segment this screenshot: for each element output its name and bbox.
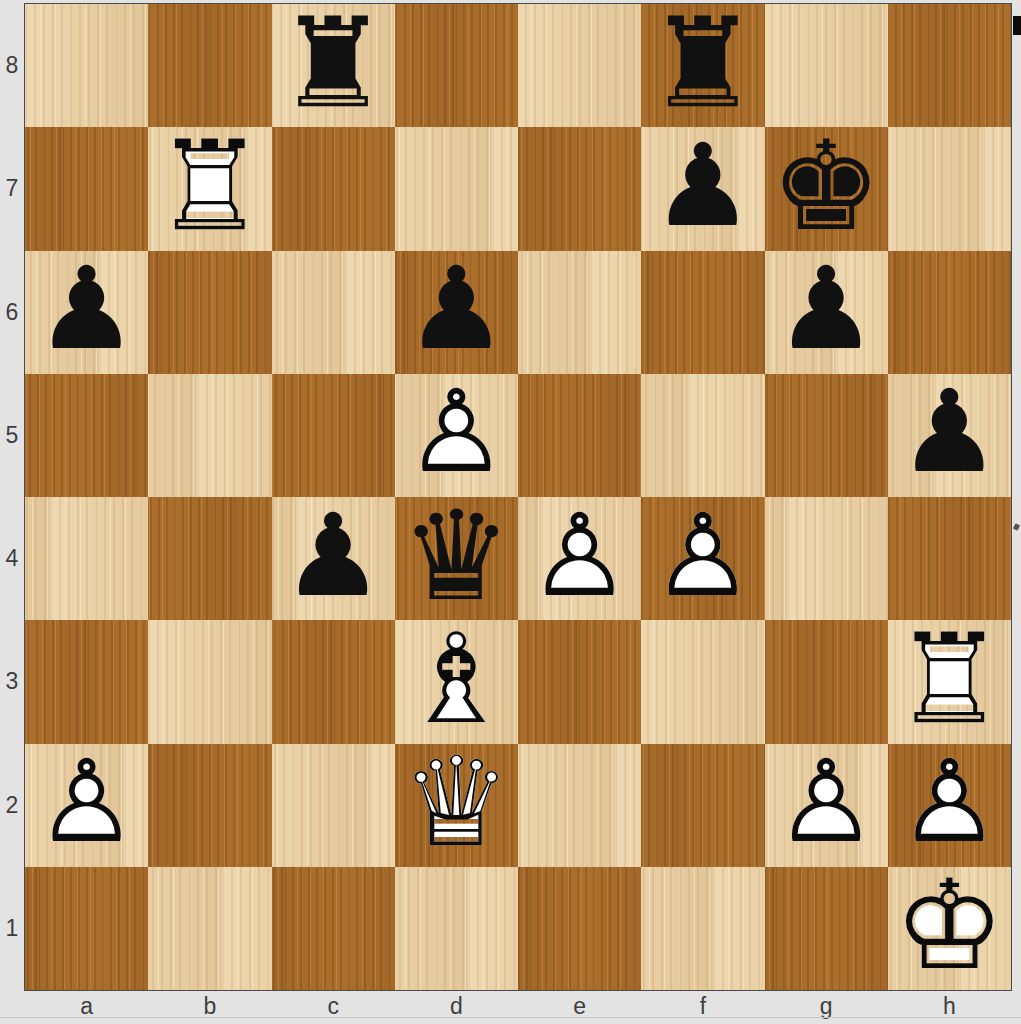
window-edge-line — [0, 1017, 1021, 1018]
square-c8[interactable]: ♜ — [272, 4, 395, 127]
square-h6[interactable] — [888, 251, 1011, 374]
square-g2[interactable]: ♟♙ — [765, 744, 888, 867]
square-b3[interactable] — [148, 620, 271, 743]
piece-white-rook-b7[interactable]: ♜♖ — [148, 127, 271, 250]
square-b4[interactable] — [148, 497, 271, 620]
rank-label-6: 6 — [0, 251, 24, 374]
square-h5[interactable]: ♟ — [888, 374, 1011, 497]
square-e8[interactable] — [518, 4, 641, 127]
black-queen-glyph: ♛ — [395, 494, 518, 617]
rank-label-1: 1 — [0, 867, 24, 990]
piece-white-pawn-h2[interactable]: ♟♙ — [888, 744, 1011, 867]
square-f3[interactable] — [641, 620, 764, 743]
square-b7[interactable]: ♜♖ — [148, 127, 271, 250]
square-a8[interactable] — [25, 4, 148, 127]
square-d4[interactable]: ♛ — [395, 497, 518, 620]
white-pawn-outline-glyph: ♙ — [25, 741, 148, 864]
black-rook-glyph: ♜ — [272, 1, 395, 124]
black-pawn-glyph: ♟ — [272, 494, 395, 617]
piece-white-king-h1[interactable]: ♚♔ — [888, 867, 1011, 990]
white-king-outline-glyph: ♔ — [888, 864, 1011, 987]
square-f4[interactable]: ♟♙ — [641, 497, 764, 620]
piece-black-pawn-h5[interactable]: ♟ — [888, 374, 1011, 497]
square-a7[interactable] — [25, 127, 148, 250]
square-b1[interactable] — [148, 867, 271, 990]
square-f5[interactable] — [641, 374, 764, 497]
black-king-glyph: ♚ — [765, 124, 888, 247]
white-rook-outline-glyph: ♖ — [888, 617, 1011, 740]
clipped-ui-fragment — [1013, 16, 1021, 35]
square-b5[interactable] — [148, 374, 271, 497]
rank-label-2: 2 — [0, 744, 24, 867]
square-b8[interactable] — [148, 4, 271, 127]
square-d2[interactable]: ♛♕ — [395, 744, 518, 867]
black-pawn-glyph: ♟ — [888, 371, 1011, 494]
piece-white-queen-d2[interactable]: ♛♕ — [395, 744, 518, 867]
piece-white-pawn-f4[interactable]: ♟♙ — [641, 497, 764, 620]
square-a6[interactable]: ♟ — [25, 251, 148, 374]
rank-label-5: 5 — [0, 374, 24, 497]
piece-white-pawn-e4[interactable]: ♟♙ — [518, 497, 641, 620]
cursor-artifact — [1013, 523, 1020, 531]
rank-label-4: 4 — [0, 497, 24, 620]
square-c6[interactable] — [272, 251, 395, 374]
square-f1[interactable] — [641, 867, 764, 990]
white-pawn-outline-glyph: ♙ — [641, 494, 764, 617]
square-e3[interactable] — [518, 620, 641, 743]
rank-label-3: 3 — [0, 620, 24, 743]
square-h7[interactable] — [888, 127, 1011, 250]
square-g5[interactable] — [765, 374, 888, 497]
square-c7[interactable] — [272, 127, 395, 250]
square-g3[interactable] — [765, 620, 888, 743]
square-c1[interactable] — [272, 867, 395, 990]
white-queen-outline-glyph: ♕ — [395, 741, 518, 864]
square-g8[interactable] — [765, 4, 888, 127]
board: ♜♜♜♖♟♚♟♟♟♟♙♟♟♛♟♙♟♙♝♗♜♖♟♙♛♕♟♙♟♙♚♔ — [24, 3, 1012, 991]
square-c5[interactable] — [272, 374, 395, 497]
square-e5[interactable] — [518, 374, 641, 497]
square-d5[interactable]: ♟♙ — [395, 374, 518, 497]
square-f8[interactable]: ♜ — [641, 4, 764, 127]
black-pawn-glyph: ♟ — [765, 248, 888, 371]
square-h3[interactable]: ♜♖ — [888, 620, 1011, 743]
square-g1[interactable] — [765, 867, 888, 990]
white-pawn-outline-glyph: ♙ — [765, 741, 888, 864]
square-d8[interactable] — [395, 4, 518, 127]
square-g4[interactable] — [765, 497, 888, 620]
square-a2[interactable]: ♟♙ — [25, 744, 148, 867]
white-bishop-outline-glyph: ♗ — [395, 617, 518, 740]
square-e4[interactable]: ♟♙ — [518, 497, 641, 620]
piece-black-rook-f8[interactable]: ♜ — [641, 4, 764, 127]
square-f7[interactable]: ♟ — [641, 127, 764, 250]
white-rook-outline-glyph: ♖ — [148, 124, 271, 247]
piece-white-pawn-a2[interactable]: ♟♙ — [25, 744, 148, 867]
square-a3[interactable] — [25, 620, 148, 743]
square-h4[interactable] — [888, 497, 1011, 620]
rank-label-8: 8 — [0, 4, 24, 127]
rank-labels: 87654321 — [0, 4, 24, 990]
piece-black-pawn-d6[interactable]: ♟ — [395, 251, 518, 374]
square-e6[interactable] — [518, 251, 641, 374]
piece-black-pawn-a6[interactable]: ♟ — [25, 251, 148, 374]
black-pawn-glyph: ♟ — [395, 248, 518, 371]
piece-black-pawn-f7[interactable]: ♟ — [641, 127, 764, 250]
white-pawn-outline-glyph: ♙ — [395, 371, 518, 494]
white-pawn-outline-glyph: ♙ — [888, 741, 1011, 864]
square-e1[interactable] — [518, 867, 641, 990]
square-c3[interactable] — [272, 620, 395, 743]
piece-black-queen-d4[interactable]: ♛ — [395, 497, 518, 620]
piece-black-pawn-g6[interactable]: ♟ — [765, 251, 888, 374]
piece-black-king-g7[interactable]: ♚ — [765, 127, 888, 250]
square-e2[interactable] — [518, 744, 641, 867]
piece-black-rook-c8[interactable]: ♜ — [272, 4, 395, 127]
square-d6[interactable]: ♟ — [395, 251, 518, 374]
square-f2[interactable] — [641, 744, 764, 867]
piece-white-pawn-g2[interactable]: ♟♙ — [765, 744, 888, 867]
white-pawn-outline-glyph: ♙ — [518, 494, 641, 617]
square-a4[interactable] — [25, 497, 148, 620]
piece-white-bishop-d3[interactable]: ♝♗ — [395, 620, 518, 743]
black-pawn-glyph: ♟ — [641, 124, 764, 247]
piece-white-rook-h3[interactable]: ♜♖ — [888, 620, 1011, 743]
black-pawn-glyph: ♟ — [25, 248, 148, 371]
square-h1[interactable]: ♚♔ — [888, 867, 1011, 990]
square-d7[interactable] — [395, 127, 518, 250]
square-c2[interactable] — [272, 744, 395, 867]
square-c4[interactable]: ♟ — [272, 497, 395, 620]
chess-app-screen: 87654321 ♜♜♜♖♟♚♟♟♟♟♙♟♟♛♟♙♟♙♝♗♜♖♟♙♛♕♟♙♟♙♚… — [0, 0, 1021, 1024]
square-e7[interactable] — [518, 127, 641, 250]
square-g6[interactable]: ♟ — [765, 251, 888, 374]
black-rook-glyph: ♜ — [641, 1, 764, 124]
square-d3[interactable]: ♝♗ — [395, 620, 518, 743]
square-b2[interactable] — [148, 744, 271, 867]
square-b6[interactable] — [148, 251, 271, 374]
square-a1[interactable] — [25, 867, 148, 990]
square-d1[interactable] — [395, 867, 518, 990]
piece-white-pawn-d5[interactable]: ♟♙ — [395, 374, 518, 497]
square-g7[interactable]: ♚ — [765, 127, 888, 250]
rank-label-7: 7 — [0, 127, 24, 250]
piece-black-pawn-c4[interactable]: ♟ — [272, 497, 395, 620]
square-f6[interactable] — [641, 251, 764, 374]
square-a5[interactable] — [25, 374, 148, 497]
square-h8[interactable] — [888, 4, 1011, 127]
square-h2[interactable]: ♟♙ — [888, 744, 1011, 867]
